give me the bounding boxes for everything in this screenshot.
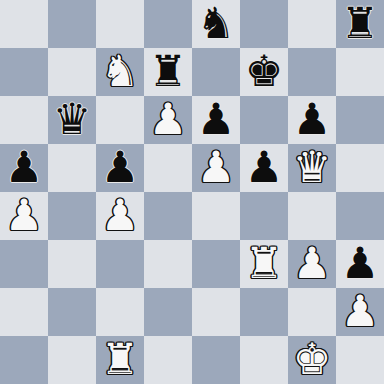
chess-board: ♞♜♞♜♚♛♟♟♟♟♟♟♟♛♟♟♜♟♟♟♜♚ <box>0 0 384 384</box>
square-f2[interactable] <box>240 288 288 336</box>
black-rook-icon[interactable]: ♜ <box>149 48 188 95</box>
square-h2[interactable]: ♟ <box>336 288 384 336</box>
white-king-icon[interactable]: ♚ <box>293 336 332 383</box>
white-pawn-icon[interactable]: ♟ <box>101 192 140 239</box>
square-a1[interactable] <box>0 336 48 384</box>
square-d3[interactable] <box>144 240 192 288</box>
square-c8[interactable] <box>96 0 144 48</box>
square-a6[interactable] <box>0 96 48 144</box>
black-pawn-icon[interactable]: ♟ <box>293 96 332 143</box>
square-e3[interactable] <box>192 240 240 288</box>
square-e1[interactable] <box>192 336 240 384</box>
square-e5[interactable]: ♟ <box>192 144 240 192</box>
white-pawn-icon[interactable]: ♟ <box>197 144 236 191</box>
square-c2[interactable] <box>96 288 144 336</box>
square-g8[interactable] <box>288 0 336 48</box>
square-h4[interactable] <box>336 192 384 240</box>
black-pawn-icon[interactable]: ♟ <box>197 96 236 143</box>
square-d6[interactable]: ♟ <box>144 96 192 144</box>
square-h6[interactable] <box>336 96 384 144</box>
white-knight-icon[interactable]: ♞ <box>101 48 140 95</box>
black-pawn-icon[interactable]: ♟ <box>245 144 284 191</box>
white-rook-icon[interactable]: ♜ <box>101 336 140 383</box>
square-e7[interactable] <box>192 48 240 96</box>
square-d4[interactable] <box>144 192 192 240</box>
square-e8[interactable]: ♞ <box>192 0 240 48</box>
square-f4[interactable] <box>240 192 288 240</box>
square-e2[interactable] <box>192 288 240 336</box>
white-pawn-icon[interactable]: ♟ <box>293 240 332 287</box>
square-f7[interactable]: ♚ <box>240 48 288 96</box>
square-e4[interactable] <box>192 192 240 240</box>
square-b1[interactable] <box>48 336 96 384</box>
square-b2[interactable] <box>48 288 96 336</box>
square-b6[interactable]: ♛ <box>48 96 96 144</box>
square-g4[interactable] <box>288 192 336 240</box>
square-g5[interactable]: ♛ <box>288 144 336 192</box>
square-c4[interactable]: ♟ <box>96 192 144 240</box>
square-g7[interactable] <box>288 48 336 96</box>
square-f1[interactable] <box>240 336 288 384</box>
square-b3[interactable] <box>48 240 96 288</box>
square-f3[interactable]: ♜ <box>240 240 288 288</box>
square-e6[interactable]: ♟ <box>192 96 240 144</box>
square-h3[interactable]: ♟ <box>336 240 384 288</box>
black-pawn-icon[interactable]: ♟ <box>341 240 380 287</box>
black-pawn-icon[interactable]: ♟ <box>101 144 140 191</box>
white-pawn-icon[interactable]: ♟ <box>149 96 188 143</box>
black-knight-icon[interactable]: ♞ <box>197 0 236 47</box>
black-pawn-icon[interactable]: ♟ <box>5 144 44 191</box>
white-pawn-icon[interactable]: ♟ <box>341 288 380 335</box>
square-g6[interactable]: ♟ <box>288 96 336 144</box>
square-c1[interactable]: ♜ <box>96 336 144 384</box>
black-king-icon[interactable]: ♚ <box>245 48 284 95</box>
square-f5[interactable]: ♟ <box>240 144 288 192</box>
square-h1[interactable] <box>336 336 384 384</box>
square-h7[interactable] <box>336 48 384 96</box>
white-rook-icon[interactable]: ♜ <box>245 240 284 287</box>
square-d5[interactable] <box>144 144 192 192</box>
square-a7[interactable] <box>0 48 48 96</box>
square-c3[interactable] <box>96 240 144 288</box>
square-a2[interactable] <box>0 288 48 336</box>
square-d7[interactable]: ♜ <box>144 48 192 96</box>
square-a5[interactable]: ♟ <box>0 144 48 192</box>
white-queen-icon[interactable]: ♛ <box>293 144 332 191</box>
square-a4[interactable]: ♟ <box>0 192 48 240</box>
square-a8[interactable] <box>0 0 48 48</box>
square-c5[interactable]: ♟ <box>96 144 144 192</box>
square-c6[interactable] <box>96 96 144 144</box>
square-g2[interactable] <box>288 288 336 336</box>
square-b5[interactable] <box>48 144 96 192</box>
square-d8[interactable] <box>144 0 192 48</box>
square-h5[interactable] <box>336 144 384 192</box>
square-b4[interactable] <box>48 192 96 240</box>
square-f6[interactable] <box>240 96 288 144</box>
square-a3[interactable] <box>0 240 48 288</box>
black-rook-icon[interactable]: ♜ <box>341 0 380 47</box>
square-b7[interactable] <box>48 48 96 96</box>
square-g3[interactable]: ♟ <box>288 240 336 288</box>
square-c7[interactable]: ♞ <box>96 48 144 96</box>
square-g1[interactable]: ♚ <box>288 336 336 384</box>
square-h8[interactable]: ♜ <box>336 0 384 48</box>
white-pawn-icon[interactable]: ♟ <box>5 192 44 239</box>
square-b8[interactable] <box>48 0 96 48</box>
square-d1[interactable] <box>144 336 192 384</box>
square-f8[interactable] <box>240 0 288 48</box>
square-d2[interactable] <box>144 288 192 336</box>
black-queen-icon[interactable]: ♛ <box>53 96 92 143</box>
